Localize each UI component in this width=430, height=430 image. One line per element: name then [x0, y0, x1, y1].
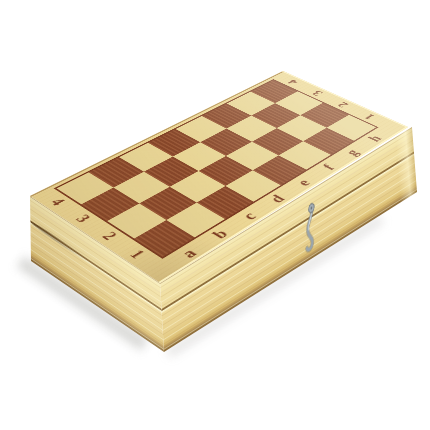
chess-box-scene: abcdefgh 4321 4321 — [0, 0, 430, 430]
front-face-end-highlight — [396, 127, 417, 202]
clasp-hook-icon — [300, 197, 321, 258]
